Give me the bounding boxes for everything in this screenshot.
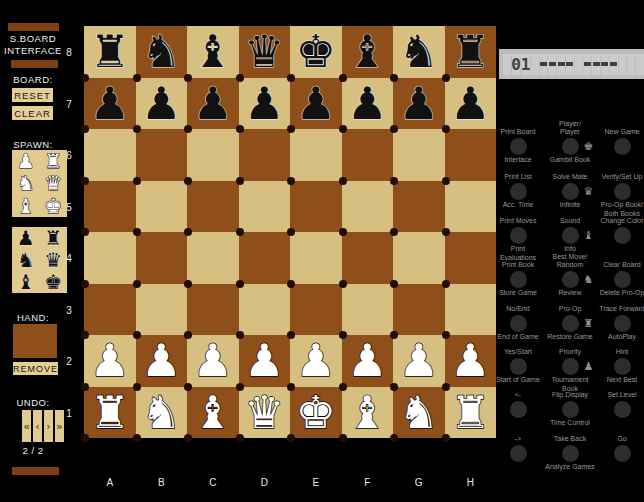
reset-button[interactable]: RESET <box>12 88 53 102</box>
square-e1[interactable]: ♚ <box>290 387 342 439</box>
black-bishop-icon: ♝ <box>17 271 35 293</box>
square-b1[interactable]: ♞ <box>136 387 188 439</box>
square-f5[interactable] <box>342 181 394 233</box>
button-panel: Print BoardInterfacePlayer/ Player♚Gambi… <box>490 0 644 502</box>
square-d2[interactable]: ♟ <box>239 335 291 387</box>
piece-white-knight[interactable]: ♞ <box>141 387 181 439</box>
piece-black-pawn[interactable]: ♟ <box>399 78 439 130</box>
print-book-button[interactable] <box>510 271 527 288</box>
print-board-bottom-label: Interface <box>488 156 548 165</box>
sensor-dot <box>81 280 89 288</box>
square-a6[interactable] <box>84 129 136 181</box>
square-g2[interactable]: ♟ <box>393 335 445 387</box>
sensor-dot <box>133 331 141 339</box>
sensor-dot <box>133 280 141 288</box>
white-pawn-icon: ♟ <box>17 150 35 172</box>
sensor-dot <box>390 177 398 185</box>
file-label-e: E <box>290 477 342 488</box>
sensor-dot <box>442 177 450 185</box>
piece-black-bishop[interactable]: ♝ <box>347 26 387 78</box>
take-back-key-group: Take BackAnalyze Games <box>542 427 598 472</box>
sensor-dot <box>287 125 295 133</box>
sensor-dot <box>184 331 192 339</box>
undo-forward-button[interactable]: › <box>44 410 53 442</box>
change-color-top-label: Change Color <box>592 209 644 226</box>
knight-icon: ♞ <box>584 274 594 285</box>
sensor-dot <box>236 280 244 288</box>
divider-bar-top <box>8 23 59 31</box>
sensor-dot <box>236 331 244 339</box>
change-color-button[interactable] <box>614 227 631 244</box>
square-b5[interactable] <box>136 181 188 233</box>
undo-back-button[interactable]: ‹ <box>33 410 42 442</box>
square-a1[interactable]: ♜ <box>84 387 136 439</box>
best-move-random-key-group: Best Move/ Random♞Review <box>542 253 598 298</box>
square-b8[interactable]: ♞ <box>136 26 188 78</box>
set-level-button[interactable] <box>614 401 631 418</box>
arrow-left-key-group: <- <box>490 383 546 418</box>
sensor-dot <box>236 383 244 391</box>
white-queen-icon: ♛ <box>44 172 62 194</box>
no-end-button[interactable] <box>510 315 527 332</box>
piece-black-pawn[interactable]: ♟ <box>296 78 336 130</box>
piece-black-knight[interactable]: ♞ <box>399 26 439 78</box>
trace-forward-top-label: Trace Forward <box>592 297 644 314</box>
clear-board-button[interactable] <box>614 271 631 288</box>
print-list-button[interactable] <box>510 183 527 200</box>
square-b3[interactable] <box>136 284 188 336</box>
player-player-button[interactable] <box>562 138 579 155</box>
sensor-dot <box>236 125 244 133</box>
sensor-dot <box>184 280 192 288</box>
hint-top-label: Hint <box>592 340 644 357</box>
black-pawn-icon: ♟ <box>17 227 35 249</box>
clear-button[interactable]: CLEAR <box>12 106 53 120</box>
square-f1[interactable]: ♝ <box>342 387 394 439</box>
white-king-icon: ♚ <box>44 195 62 217</box>
player-player-bottom-label: Gambit Book <box>540 156 600 165</box>
square-g5[interactable] <box>393 181 445 233</box>
app-title-line2: INTERFACE <box>4 45 62 56</box>
sensor-dot <box>442 280 450 288</box>
square-f8[interactable]: ♝ <box>342 26 394 78</box>
square-b7[interactable]: ♟ <box>136 78 188 130</box>
sensor-dot <box>81 74 89 82</box>
rank-label-4: 4 <box>60 232 78 284</box>
sensor-dot <box>133 125 141 133</box>
spawn-black-knight[interactable]: ♞ <box>12 249 40 271</box>
piece-black-pawn[interactable]: ♟ <box>450 78 490 130</box>
print-moves-button[interactable] <box>510 227 527 244</box>
sensor-dot <box>287 228 295 236</box>
square-c7[interactable]: ♟ <box>187 78 239 130</box>
sensor-dot <box>390 280 398 288</box>
square-h2[interactable]: ♟ <box>445 335 497 387</box>
solve-mate-button[interactable] <box>562 183 579 200</box>
square-f7[interactable]: ♟ <box>342 78 394 130</box>
sensor-dot <box>184 125 192 133</box>
piece-black-rook[interactable]: ♜ <box>450 26 490 78</box>
spawn-white-pawn[interactable]: ♟ <box>12 150 40 172</box>
undo-jump-start-button[interactable]: « <box>22 410 31 442</box>
square-g1[interactable]: ♞ <box>393 387 445 439</box>
square-b2[interactable]: ♟ <box>136 335 188 387</box>
sensor-dot <box>442 383 450 391</box>
square-f6[interactable] <box>342 129 394 181</box>
sound-info-key-group: Sound♝Info <box>542 209 598 254</box>
sboard-interface-app: S.BOARD INTERFACE BOARD: RESET CLEAR SPA… <box>0 0 644 502</box>
sensor-dot <box>390 228 398 236</box>
print-list-top-label: Print List <box>488 165 548 182</box>
clear-board-top-label: Clear Board <box>592 253 644 270</box>
set-level-key-group: Set Level <box>594 383 644 418</box>
piece-black-rook[interactable]: ♜ <box>90 26 130 78</box>
player-player-top-label: Player/ Player <box>540 120 600 137</box>
take-back-bottom-label: Analyze Games <box>540 463 600 472</box>
king-icon: ♚ <box>584 141 594 152</box>
square-g4[interactable] <box>393 232 445 284</box>
app-title-line1: S.BOARD <box>4 33 62 44</box>
square-d4[interactable] <box>239 232 291 284</box>
trace-forward-key-group: Trace ForwardAutoPlay <box>594 297 644 342</box>
sensor-dot <box>133 228 141 236</box>
piece-black-pawn[interactable]: ♟ <box>193 78 233 130</box>
spawn-black-bishop[interactable]: ♝ <box>12 271 40 293</box>
square-d1[interactable]: ♛ <box>239 387 291 439</box>
square-b6[interactable] <box>136 129 188 181</box>
set-level-top-label: Set Level <box>592 383 644 400</box>
square-e7[interactable]: ♟ <box>290 78 342 130</box>
file-label-f: F <box>342 477 394 488</box>
sensor-dot <box>81 383 89 391</box>
verify-set-up-top-label: Verify/Set Up <box>592 165 644 182</box>
arrow-left-top-label: <- <box>488 383 548 400</box>
sensor-dot <box>339 280 347 288</box>
file-label-c: C <box>187 477 239 488</box>
sensor-dot <box>339 383 347 391</box>
sound-info-button[interactable] <box>562 227 579 244</box>
black-queen-icon: ♛ <box>44 249 62 271</box>
sensor-dot <box>184 177 192 185</box>
piece-white-pawn[interactable]: ♟ <box>450 335 490 387</box>
sensor-dot <box>133 434 141 442</box>
square-f3[interactable] <box>342 284 394 336</box>
sensor-dot <box>390 331 398 339</box>
sensor-dot <box>390 125 398 133</box>
square-d7[interactable]: ♟ <box>239 78 291 130</box>
file-label-b: B <box>136 477 188 488</box>
square-c3[interactable] <box>187 284 239 336</box>
spawn-black-pawn[interactable]: ♟ <box>12 227 40 249</box>
rank-label-3: 3 <box>60 284 78 336</box>
square-h8[interactable]: ♜ <box>445 26 497 78</box>
piece-black-pawn[interactable]: ♟ <box>90 78 130 130</box>
take-back-top-label: Take Back <box>540 427 600 444</box>
sensor-dot <box>81 177 89 185</box>
sensor-dot <box>81 228 89 236</box>
pro-op-top-label: Pro-Op <box>540 297 600 314</box>
piece-white-pawn[interactable]: ♟ <box>141 335 181 387</box>
sensor-dot <box>236 434 244 442</box>
square-a4[interactable] <box>84 232 136 284</box>
sensor-dot <box>184 434 192 442</box>
piece-black-queen[interactable]: ♛ <box>244 26 284 78</box>
yes-start-button[interactable] <box>510 358 527 375</box>
piece-white-rook[interactable]: ♜ <box>90 387 130 439</box>
square-g6[interactable] <box>393 129 445 181</box>
square-e2[interactable]: ♟ <box>290 335 342 387</box>
sensor-dot <box>287 434 295 442</box>
remove-button[interactable]: REMOVE <box>13 362 58 375</box>
sensor-dot <box>236 177 244 185</box>
piece-white-knight[interactable]: ♞ <box>399 387 439 439</box>
piece-white-bishop[interactable]: ♝ <box>347 387 387 439</box>
file-label-h: H <box>445 477 497 488</box>
square-c2[interactable]: ♟ <box>187 335 239 387</box>
piece-white-pawn[interactable]: ♟ <box>347 335 387 387</box>
square-c1[interactable]: ♝ <box>187 387 239 439</box>
undo-status: 2 / 2 <box>4 445 62 456</box>
square-h7[interactable]: ♟ <box>445 78 497 130</box>
sensor-dot <box>236 228 244 236</box>
arrow-right-key-group: -> <box>490 427 546 462</box>
white-rook-icon: ♜ <box>44 150 62 172</box>
square-c8[interactable]: ♝ <box>187 26 239 78</box>
print-book-top-label: Print Book <box>488 253 548 270</box>
verify-set-up-button[interactable] <box>614 183 631 200</box>
sensor-dot <box>339 434 347 442</box>
priority-button[interactable] <box>562 358 579 375</box>
square-a8[interactable]: ♜ <box>84 26 136 78</box>
sensor-dot <box>81 125 89 133</box>
sensor-dot <box>442 228 450 236</box>
square-f4[interactable] <box>342 232 394 284</box>
spawn-palette-white: ♟♜♞♛♝♚ <box>12 150 67 217</box>
sensor-dot <box>81 331 89 339</box>
sensor-dot <box>442 125 450 133</box>
square-c5[interactable] <box>187 181 239 233</box>
rank-label-2: 2 <box>60 335 78 387</box>
go-key-group: Go <box>594 427 644 462</box>
piece-black-bishop[interactable]: ♝ <box>193 26 233 78</box>
pro-op-button[interactable] <box>562 315 579 332</box>
square-a5[interactable] <box>84 181 136 233</box>
sensor-dot <box>339 177 347 185</box>
piece-black-pawn[interactable]: ♟ <box>244 78 284 130</box>
sensor-dot <box>339 228 347 236</box>
piece-white-rook[interactable]: ♜ <box>450 387 490 439</box>
solve-mate-top-label: Solve Mate <box>540 165 600 182</box>
rank-label-6: 6 <box>60 129 78 181</box>
sensor-dot <box>339 331 347 339</box>
bishop-icon: ♝ <box>584 230 594 241</box>
piece-white-pawn[interactable]: ♟ <box>399 335 439 387</box>
square-d5[interactable] <box>239 181 291 233</box>
square-a2[interactable]: ♟ <box>84 335 136 387</box>
piece-white-pawn[interactable]: ♟ <box>193 335 233 387</box>
arrow-right-top-label: -> <box>488 427 548 444</box>
pro-op-key-group: Pro-Op♜Restore Game <box>542 297 598 342</box>
flip-display-key-group: Flip DisplayTime Control <box>542 383 598 428</box>
pawn-icon: ♟ <box>584 361 594 372</box>
black-knight-icon: ♞ <box>17 249 35 271</box>
new-game-button[interactable] <box>614 138 631 155</box>
board-section-label: BOARD: <box>4 74 62 85</box>
rook-icon: ♜ <box>584 318 594 329</box>
undo-controls: «‹›» <box>22 410 64 442</box>
sensor-dot <box>236 74 244 82</box>
piece-white-pawn[interactable]: ♟ <box>244 335 284 387</box>
sensor-dot <box>390 383 398 391</box>
sensor-dot <box>339 125 347 133</box>
new-game-key-group: New Game <box>594 120 644 155</box>
best-move-random-top-label: Best Move/ Random <box>540 253 600 270</box>
sensor-dot <box>287 280 295 288</box>
square-c6[interactable] <box>187 129 239 181</box>
hint-key-group: HintNext Best <box>594 340 644 385</box>
sensor-dot <box>442 434 450 442</box>
sensor-dot <box>390 74 398 82</box>
piece-black-king[interactable]: ♚ <box>296 26 336 78</box>
square-b4[interactable] <box>136 232 188 284</box>
black-rook-icon: ♜ <box>44 227 62 249</box>
arrow-left-button[interactable] <box>510 401 527 418</box>
sensor-dot <box>442 74 450 82</box>
go-button[interactable] <box>614 445 631 462</box>
print-book-key-group: Print BookStore Game <box>490 253 546 298</box>
queen-icon: ♛ <box>584 186 594 197</box>
clear-board-key-group: Clear BoardDelete Pro-Op <box>594 253 644 298</box>
sensor-dot <box>133 383 141 391</box>
priority-top-label: Priority <box>540 340 600 357</box>
rank-label-8: 8 <box>60 26 78 78</box>
hand-slot[interactable] <box>13 324 57 358</box>
square-a3[interactable] <box>84 284 136 336</box>
solve-mate-key-group: Solve Mate♛Infinite <box>542 165 598 210</box>
yes-start-top-label: Yes/Start <box>488 340 548 357</box>
print-board-top-label: Print Board <box>488 120 548 137</box>
piece-black-knight[interactable]: ♞ <box>141 26 181 78</box>
square-g7[interactable]: ♟ <box>393 78 445 130</box>
new-game-top-label: New Game <box>592 120 644 137</box>
divider-bar-mid <box>11 60 58 68</box>
take-back-button[interactable] <box>562 445 579 462</box>
square-d8[interactable]: ♛ <box>239 26 291 78</box>
black-king-icon: ♚ <box>44 271 62 293</box>
sensor-dot <box>287 177 295 185</box>
rank-label-7: 7 <box>60 78 78 130</box>
piece-white-pawn[interactable]: ♟ <box>296 335 336 387</box>
square-e5[interactable] <box>290 181 342 233</box>
divider-bar-bottom <box>12 467 59 475</box>
flip-display-top-label: Flip Display <box>540 383 600 400</box>
player-player-key-group: Player/ Player♚Gambit Book <box>542 120 598 165</box>
square-e3[interactable] <box>290 284 342 336</box>
square-g8[interactable]: ♞ <box>393 26 445 78</box>
hint-button[interactable] <box>614 358 631 375</box>
sensor-dot <box>287 383 295 391</box>
white-bishop-icon: ♝ <box>17 195 35 217</box>
piece-white-king[interactable]: ♚ <box>296 387 336 439</box>
sensor-dot <box>184 383 192 391</box>
square-a7[interactable]: ♟ <box>84 78 136 130</box>
rank-label-5: 5 <box>60 181 78 233</box>
print-board-button[interactable] <box>510 138 527 155</box>
go-top-label: Go <box>592 427 644 444</box>
hand-section-label: HAND: <box>4 312 62 323</box>
white-knight-icon: ♞ <box>17 172 35 194</box>
spawn-white-knight[interactable]: ♞ <box>12 172 40 194</box>
file-labels: ABCDEFGH <box>84 477 496 488</box>
sensor-dot <box>133 177 141 185</box>
piece-white-bishop[interactable]: ♝ <box>193 387 233 439</box>
square-h1[interactable]: ♜ <box>445 387 497 439</box>
chess-board: ♜♞♝♛♚♝♞♜♟♟♟♟♟♟♟♟♟♟♟♟♟♟♟♟♜♞♝♛♚♝♞♜ <box>84 26 496 438</box>
square-e8[interactable]: ♚ <box>290 26 342 78</box>
arrow-right-button[interactable] <box>510 445 527 462</box>
square-f2[interactable]: ♟ <box>342 335 394 387</box>
file-label-d: D <box>239 477 291 488</box>
spawn-palette-black: ♟♜♞♛♝♚ <box>12 227 67 293</box>
no-end-key-group: No/EndEnd of Game <box>490 297 546 342</box>
flip-display-button[interactable] <box>562 401 579 418</box>
sensor-dot <box>81 434 89 442</box>
file-label-g: G <box>393 477 445 488</box>
sensor-dot <box>184 74 192 82</box>
no-end-top-label: No/End <box>488 297 548 314</box>
sensor-dot <box>339 74 347 82</box>
sensor-dot <box>287 331 295 339</box>
sensor-dot <box>390 434 398 442</box>
print-moves-top-label: Print Moves <box>488 209 548 226</box>
square-d3[interactable] <box>239 284 291 336</box>
print-board-key-group: Print BoardInterface <box>490 120 546 165</box>
spawn-white-bishop[interactable]: ♝ <box>12 195 40 217</box>
change-color-key-group: Change Color <box>594 209 644 244</box>
sensor-dot <box>287 74 295 82</box>
piece-black-pawn[interactable]: ♟ <box>347 78 387 130</box>
piece-black-pawn[interactable]: ♟ <box>141 78 181 130</box>
rank-labels: 87654321 <box>60 26 78 438</box>
best-move-random-button[interactable] <box>562 271 579 288</box>
undo-section-label: UNDO: <box>4 397 62 408</box>
piece-white-queen[interactable]: ♛ <box>244 387 284 439</box>
square-c4[interactable] <box>187 232 239 284</box>
rank-label-1: 1 <box>60 387 78 439</box>
print-list-key-group: Print ListAcc. Time <box>490 165 546 210</box>
sound-info-top-label: Sound <box>540 209 600 226</box>
piece-white-pawn[interactable]: ♟ <box>90 335 130 387</box>
sensor-dot <box>184 228 192 236</box>
square-e6[interactable] <box>290 129 342 181</box>
file-label-a: A <box>84 477 136 488</box>
square-e4[interactable] <box>290 232 342 284</box>
trace-forward-button[interactable] <box>614 315 631 332</box>
square-d6[interactable] <box>239 129 291 181</box>
yes-start-key-group: Yes/StartStart of Game <box>490 340 546 385</box>
square-g3[interactable] <box>393 284 445 336</box>
sensor-dot <box>442 331 450 339</box>
sensor-dot <box>133 74 141 82</box>
